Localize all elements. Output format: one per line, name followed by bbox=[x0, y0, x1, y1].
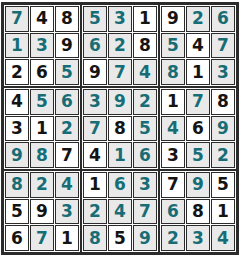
sudoku-box-4: 456312987 bbox=[3, 87, 81, 170]
cell-r7c1-solved[interactable]: 8 bbox=[5, 172, 29, 198]
cell-r6c9-solved[interactable]: 2 bbox=[211, 142, 235, 168]
cell-r7c6-solved[interactable]: 3 bbox=[133, 172, 157, 198]
cell-r2c5-solved[interactable]: 2 bbox=[108, 33, 132, 59]
cell-r9c6-solved[interactable]: 9 bbox=[133, 225, 157, 251]
cell-r4c4-solved[interactable]: 3 bbox=[83, 89, 107, 115]
cell-r2c7-solved[interactable]: 5 bbox=[161, 33, 185, 59]
cell-r8c1-given[interactable]: 5 bbox=[5, 199, 29, 225]
cell-r6c5-solved[interactable]: 1 bbox=[108, 142, 132, 168]
cell-r5c4-solved[interactable]: 7 bbox=[83, 116, 107, 142]
sudoku-box-7: 824593671 bbox=[3, 170, 81, 253]
cell-r5c7-solved[interactable]: 4 bbox=[161, 116, 185, 142]
cell-r2c2-solved[interactable]: 3 bbox=[30, 33, 54, 59]
cell-r3c3-solved[interactable]: 5 bbox=[55, 59, 79, 85]
cell-r5c2-given[interactable]: 1 bbox=[30, 116, 54, 142]
cell-r8c2-given[interactable]: 9 bbox=[30, 199, 54, 225]
sudoku-box-1: 748139265 bbox=[3, 4, 81, 87]
cell-r6c2-solved[interactable]: 8 bbox=[30, 142, 54, 168]
cell-r9c7-solved[interactable]: 2 bbox=[161, 225, 185, 251]
cell-r5c1-given[interactable]: 3 bbox=[5, 116, 29, 142]
cell-r1c4-solved[interactable]: 5 bbox=[83, 6, 107, 32]
cell-r7c8-solved[interactable]: 9 bbox=[186, 172, 210, 198]
cell-r4c6-solved[interactable]: 2 bbox=[133, 89, 157, 115]
cell-r2c1-solved[interactable]: 1 bbox=[5, 33, 29, 59]
cell-r1c1-solved[interactable]: 7 bbox=[5, 6, 29, 32]
cell-r9c3-given[interactable]: 1 bbox=[55, 225, 79, 251]
cell-r4c3-solved[interactable]: 6 bbox=[55, 89, 79, 115]
cell-r1c9-solved[interactable]: 6 bbox=[211, 6, 235, 32]
cell-r7c4-given[interactable]: 1 bbox=[83, 172, 107, 198]
cell-r5c8-given[interactable]: 6 bbox=[186, 116, 210, 142]
cell-r9c4-solved[interactable]: 8 bbox=[83, 225, 107, 251]
cell-r6c1-solved[interactable]: 9 bbox=[5, 142, 29, 168]
cell-r9c5-given[interactable]: 5 bbox=[108, 225, 132, 251]
cell-r6c3-given[interactable]: 7 bbox=[55, 142, 79, 168]
cell-r3c5-solved[interactable]: 7 bbox=[108, 59, 132, 85]
sudoku-box-3: 926547813 bbox=[159, 4, 237, 87]
sudoku-board: 7481392655316289749265478134563129873927… bbox=[1, 2, 239, 255]
cell-r3c2-given[interactable]: 6 bbox=[30, 59, 54, 85]
cell-r4c8-solved[interactable]: 7 bbox=[186, 89, 210, 115]
cell-r9c1-given[interactable]: 6 bbox=[5, 225, 29, 251]
sudoku-box-5: 392785416 bbox=[81, 87, 159, 170]
cell-r7c3-solved[interactable]: 4 bbox=[55, 172, 79, 198]
cell-r2c8-given[interactable]: 4 bbox=[186, 33, 210, 59]
cell-r5c3-solved[interactable]: 2 bbox=[55, 116, 79, 142]
cell-r5c5-given[interactable]: 8 bbox=[108, 116, 132, 142]
cell-r4c9-given[interactable]: 8 bbox=[211, 89, 235, 115]
cell-r6c7-given[interactable]: 3 bbox=[161, 142, 185, 168]
cell-r9c8-solved[interactable]: 3 bbox=[186, 225, 210, 251]
cell-r1c3-given[interactable]: 8 bbox=[55, 6, 79, 32]
sudoku-box-6: 178469352 bbox=[159, 87, 237, 170]
cell-r8c9-given[interactable]: 1 bbox=[211, 199, 235, 225]
cell-r9c2-solved[interactable]: 7 bbox=[30, 225, 54, 251]
cell-r2c4-solved[interactable]: 6 bbox=[83, 33, 107, 59]
cell-r1c8-solved[interactable]: 2 bbox=[186, 6, 210, 32]
cell-r6c4-given[interactable]: 4 bbox=[83, 142, 107, 168]
cell-r2c9-solved[interactable]: 7 bbox=[211, 33, 235, 59]
cell-r1c6-given[interactable]: 1 bbox=[133, 6, 157, 32]
cell-r4c2-solved[interactable]: 5 bbox=[30, 89, 54, 115]
cell-r3c8-given[interactable]: 1 bbox=[186, 59, 210, 85]
cell-r1c2-given[interactable]: 4 bbox=[30, 6, 54, 32]
cell-r6c6-solved[interactable]: 6 bbox=[133, 142, 157, 168]
cell-r6c8-solved[interactable]: 5 bbox=[186, 142, 210, 168]
cell-r7c5-solved[interactable]: 6 bbox=[108, 172, 132, 198]
cell-r2c6-given[interactable]: 8 bbox=[133, 33, 157, 59]
cell-r3c9-solved[interactable]: 3 bbox=[211, 59, 235, 85]
cell-r9c9-solved[interactable]: 4 bbox=[211, 225, 235, 251]
cell-r8c3-solved[interactable]: 3 bbox=[55, 199, 79, 225]
cell-r3c7-solved[interactable]: 8 bbox=[161, 59, 185, 85]
cell-r8c8-given[interactable]: 8 bbox=[186, 199, 210, 225]
cell-r7c2-solved[interactable]: 2 bbox=[30, 172, 54, 198]
cell-r5c9-solved[interactable]: 9 bbox=[211, 116, 235, 142]
cell-r1c5-solved[interactable]: 3 bbox=[108, 6, 132, 32]
sudoku-box-2: 531628974 bbox=[81, 4, 159, 87]
cell-r3c4-given[interactable]: 9 bbox=[83, 59, 107, 85]
cell-r7c9-given[interactable]: 5 bbox=[211, 172, 235, 198]
cell-r4c5-solved[interactable]: 9 bbox=[108, 89, 132, 115]
cell-r3c6-solved[interactable]: 4 bbox=[133, 59, 157, 85]
sudoku-box-8: 163247859 bbox=[81, 170, 159, 253]
cell-r4c7-given[interactable]: 1 bbox=[161, 89, 185, 115]
cell-r7c7-given[interactable]: 7 bbox=[161, 172, 185, 198]
cell-r1c7-given[interactable]: 9 bbox=[161, 6, 185, 32]
sudoku-box-9: 795681234 bbox=[159, 170, 237, 253]
cell-r8c7-solved[interactable]: 6 bbox=[161, 199, 185, 225]
sudoku-page: 7481392655316289749265478134563129873927… bbox=[0, 0, 240, 255]
cell-r4c1-given[interactable]: 4 bbox=[5, 89, 29, 115]
cell-r8c6-solved[interactable]: 7 bbox=[133, 199, 157, 225]
cell-r8c5-solved[interactable]: 4 bbox=[108, 199, 132, 225]
cell-r2c3-given[interactable]: 9 bbox=[55, 33, 79, 59]
cell-r8c4-solved[interactable]: 2 bbox=[83, 199, 107, 225]
cell-r5c6-solved[interactable]: 5 bbox=[133, 116, 157, 142]
cell-r3c1-given[interactable]: 2 bbox=[5, 59, 29, 85]
